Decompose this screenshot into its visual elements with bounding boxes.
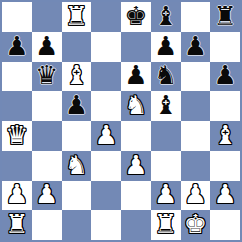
square-b7[interactable]: ♟ bbox=[32, 32, 62, 62]
black-pawn: ♟ bbox=[124, 62, 147, 88]
white-pawn: ♟ bbox=[154, 181, 177, 207]
black-pawn: ♟ bbox=[154, 33, 177, 59]
chess-board: ♜♚♝♜♟♟♟♟♛♝♟♞♟♟♞♝♛♟♝♞♟♟♟♟♟♟♜♜♚ bbox=[0, 0, 242, 242]
square-b5[interactable] bbox=[32, 91, 62, 121]
black-knight: ♞ bbox=[154, 62, 177, 88]
square-d7[interactable] bbox=[91, 32, 121, 62]
square-d4[interactable]: ♟ bbox=[91, 121, 121, 151]
square-d3[interactable] bbox=[91, 151, 121, 181]
white-knight: ♞ bbox=[124, 92, 147, 118]
white-rook: ♜ bbox=[65, 3, 88, 29]
square-g8[interactable] bbox=[181, 2, 211, 32]
square-g3[interactable] bbox=[181, 151, 211, 181]
black-bishop: ♝ bbox=[154, 3, 177, 29]
square-e2[interactable] bbox=[121, 181, 151, 211]
square-e6[interactable]: ♟ bbox=[121, 62, 151, 92]
black-pawn: ♟ bbox=[5, 33, 28, 59]
square-f2[interactable]: ♟ bbox=[151, 181, 181, 211]
square-f7[interactable]: ♟ bbox=[151, 32, 181, 62]
square-h3[interactable] bbox=[210, 151, 240, 181]
square-a6[interactable] bbox=[2, 62, 32, 92]
square-d2[interactable] bbox=[91, 181, 121, 211]
square-d6[interactable] bbox=[91, 62, 121, 92]
square-a2[interactable]: ♟ bbox=[2, 181, 32, 211]
square-g5[interactable] bbox=[181, 91, 211, 121]
white-pawn: ♟ bbox=[35, 181, 58, 207]
white-bishop: ♝ bbox=[65, 62, 88, 88]
square-e3[interactable]: ♟ bbox=[121, 151, 151, 181]
square-g7[interactable]: ♟ bbox=[181, 32, 211, 62]
square-b6[interactable]: ♛ bbox=[32, 62, 62, 92]
black-king: ♚ bbox=[124, 3, 147, 29]
square-e8[interactable]: ♚ bbox=[121, 2, 151, 32]
square-c8[interactable]: ♜ bbox=[62, 2, 92, 32]
square-g4[interactable] bbox=[181, 121, 211, 151]
square-a8[interactable] bbox=[2, 2, 32, 32]
white-knight: ♞ bbox=[65, 152, 88, 178]
square-c3[interactable]: ♞ bbox=[62, 151, 92, 181]
square-e5[interactable]: ♞ bbox=[121, 91, 151, 121]
square-h2[interactable]: ♟ bbox=[210, 181, 240, 211]
square-h1[interactable] bbox=[210, 210, 240, 240]
white-pawn: ♟ bbox=[124, 152, 147, 178]
square-e7[interactable] bbox=[121, 32, 151, 62]
square-c2[interactable] bbox=[62, 181, 92, 211]
square-b3[interactable] bbox=[32, 151, 62, 181]
black-rook: ♜ bbox=[213, 3, 236, 29]
black-bishop: ♝ bbox=[154, 92, 177, 118]
white-pawn: ♟ bbox=[184, 181, 207, 207]
square-d8[interactable] bbox=[91, 2, 121, 32]
white-bishop: ♝ bbox=[213, 122, 236, 148]
square-g2[interactable]: ♟ bbox=[181, 181, 211, 211]
square-f8[interactable]: ♝ bbox=[151, 2, 181, 32]
white-queen: ♛ bbox=[5, 122, 28, 148]
square-g1[interactable]: ♚ bbox=[181, 210, 211, 240]
square-h4[interactable]: ♝ bbox=[210, 121, 240, 151]
square-e4[interactable] bbox=[121, 121, 151, 151]
black-pawn: ♟ bbox=[213, 62, 236, 88]
square-h5[interactable] bbox=[210, 91, 240, 121]
white-rook: ♜ bbox=[154, 211, 177, 237]
black-pawn: ♟ bbox=[65, 92, 88, 118]
square-c1[interactable] bbox=[62, 210, 92, 240]
square-c7[interactable] bbox=[62, 32, 92, 62]
black-pawn: ♟ bbox=[35, 33, 58, 59]
white-pawn: ♟ bbox=[213, 181, 236, 207]
square-c4[interactable] bbox=[62, 121, 92, 151]
square-h8[interactable]: ♜ bbox=[210, 2, 240, 32]
square-b8[interactable] bbox=[32, 2, 62, 32]
square-f5[interactable]: ♝ bbox=[151, 91, 181, 121]
square-f4[interactable] bbox=[151, 121, 181, 151]
white-pawn: ♟ bbox=[5, 181, 28, 207]
black-pawn: ♟ bbox=[184, 33, 207, 59]
square-d1[interactable] bbox=[91, 210, 121, 240]
white-king: ♚ bbox=[184, 211, 207, 237]
square-a1[interactable]: ♜ bbox=[2, 210, 32, 240]
square-b1[interactable] bbox=[32, 210, 62, 240]
square-a3[interactable] bbox=[2, 151, 32, 181]
square-a7[interactable]: ♟ bbox=[2, 32, 32, 62]
square-f6[interactable]: ♞ bbox=[151, 62, 181, 92]
square-a5[interactable] bbox=[2, 91, 32, 121]
black-queen: ♛ bbox=[35, 62, 58, 88]
square-f3[interactable] bbox=[151, 151, 181, 181]
square-f1[interactable]: ♜ bbox=[151, 210, 181, 240]
square-a4[interactable]: ♛ bbox=[2, 121, 32, 151]
square-h6[interactable]: ♟ bbox=[210, 62, 240, 92]
square-e1[interactable] bbox=[121, 210, 151, 240]
white-pawn: ♟ bbox=[94, 122, 117, 148]
square-g6[interactable] bbox=[181, 62, 211, 92]
white-rook: ♜ bbox=[5, 211, 28, 237]
square-h7[interactable] bbox=[210, 32, 240, 62]
square-c5[interactable]: ♟ bbox=[62, 91, 92, 121]
square-b4[interactable] bbox=[32, 121, 62, 151]
square-b2[interactable]: ♟ bbox=[32, 181, 62, 211]
square-d5[interactable] bbox=[91, 91, 121, 121]
square-c6[interactable]: ♝ bbox=[62, 62, 92, 92]
